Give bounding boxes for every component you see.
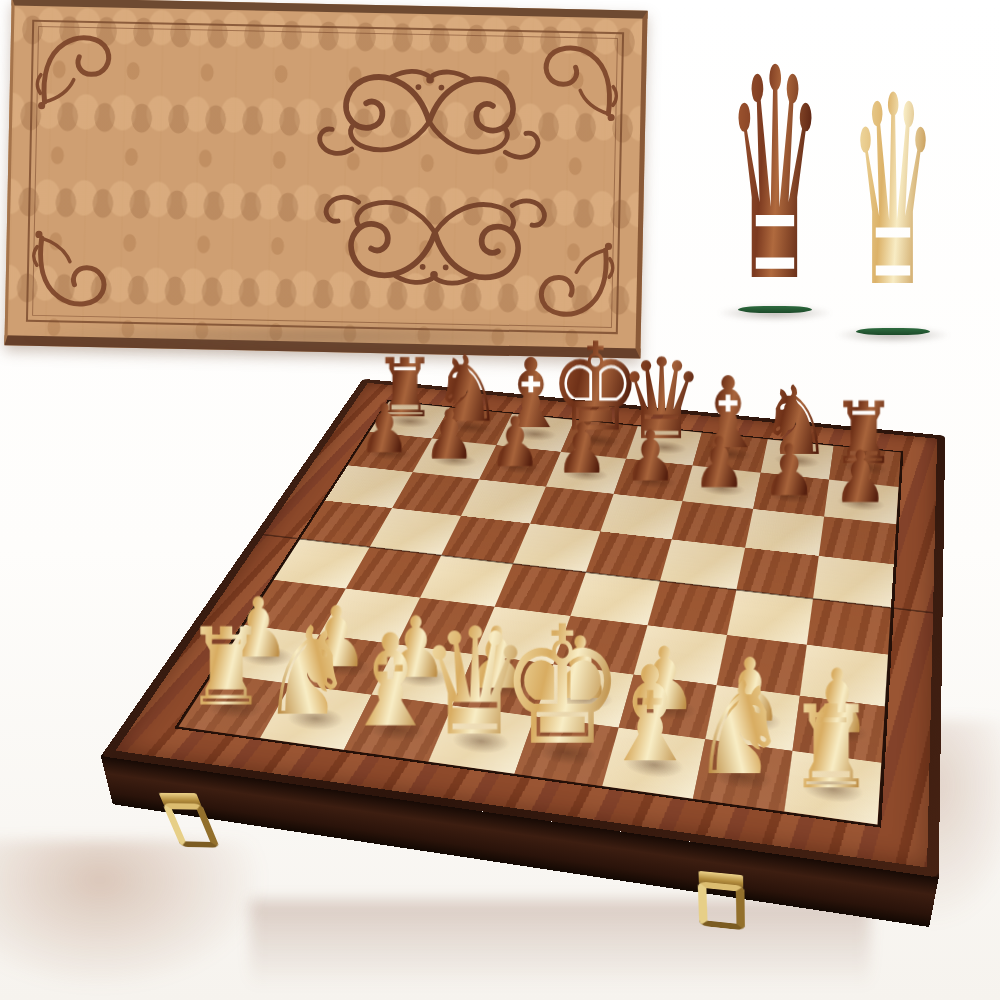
square-b6[interactable]	[392, 472, 479, 516]
square-f7[interactable]: ♟	[683, 466, 761, 509]
chess-board-case: ♜♞♝♚♛♝♞♜♟♟♟♟♟♟♟♟♟♟♟♟♟♟♟♟♜♞♝♛♚♝♞♜	[101, 379, 945, 878]
square-f5[interactable]	[660, 539, 744, 589]
square-d4[interactable]	[494, 563, 586, 616]
square-d8[interactable]: ♚	[561, 420, 638, 459]
light-queen-d1[interactable]: ♛	[419, 608, 532, 756]
light-king-e1[interactable]: ♚	[499, 605, 624, 769]
square-a7[interactable]: ♟	[348, 432, 432, 472]
light-knight-g1[interactable]: ♞	[691, 665, 789, 793]
square-a8[interactable]: ♜	[369, 401, 450, 438]
square-b4[interactable]	[346, 547, 441, 598]
green-felt-base	[856, 328, 930, 335]
corner-scroll-icon	[34, 26, 122, 114]
light-pawn-d2[interactable]: ♟	[465, 615, 530, 700]
square-h5[interactable]	[813, 556, 894, 608]
square-d3[interactable]	[474, 607, 570, 664]
dark-queen-e8[interactable]: ♛	[619, 344, 704, 456]
square-h8[interactable]: ♜	[829, 446, 901, 487]
square-e1[interactable]: ♚	[514, 716, 619, 786]
square-g6[interactable]	[745, 509, 824, 556]
square-a2[interactable]: ♟	[213, 625, 320, 684]
board-surface: ♜♞♝♚♛♝♞♜♟♟♟♟♟♟♟♟♟♟♟♟♟♟♟♟♜♞♝♛♚♝♞♜	[174, 400, 903, 828]
dark-pawn-a7[interactable]: ♟	[358, 394, 410, 462]
square-h6[interactable]	[819, 516, 897, 564]
square-d6[interactable]	[530, 486, 614, 531]
light-pawn-f2[interactable]: ♟	[631, 636, 697, 723]
square-g2[interactable]: ♟	[705, 685, 800, 751]
square-b7[interactable]: ♟	[413, 439, 496, 480]
square-c7[interactable]: ♟	[479, 445, 561, 486]
square-c1[interactable]: ♝	[343, 694, 452, 761]
baroque-flourish-icon	[303, 64, 555, 165]
light-pawn-b2[interactable]: ♟	[304, 596, 368, 680]
square-c6[interactable]	[461, 479, 546, 523]
square-h7[interactable]: ♟	[824, 480, 899, 524]
dark-pawn-f7[interactable]: ♟	[692, 427, 746, 498]
light-pawn-c2[interactable]: ♟	[384, 605, 448, 690]
dark-bishop-c8[interactable]: ♝	[494, 346, 567, 442]
square-f3[interactable]	[634, 625, 726, 684]
square-d2[interactable]: ♟	[452, 654, 553, 716]
square-c4[interactable]	[420, 555, 513, 607]
square-b3[interactable]	[320, 589, 420, 644]
floor-reflection	[870, 720, 1000, 940]
square-g5[interactable]	[736, 548, 819, 599]
square-a5[interactable]	[300, 501, 392, 547]
box-shadow	[16, 328, 626, 354]
square-g7[interactable]: ♟	[753, 473, 829, 517]
square-h3[interactable]	[800, 645, 888, 706]
square-b8[interactable]: ♞	[432, 408, 512, 446]
square-e6[interactable]	[600, 494, 682, 540]
square-f2[interactable]: ♟	[619, 674, 716, 739]
square-b1[interactable]: ♞	[260, 684, 371, 750]
square-f8[interactable]: ♝	[693, 433, 768, 473]
light-knight-b1[interactable]: ♞	[261, 611, 354, 733]
square-h4[interactable]	[807, 598, 891, 654]
dark-rook-h8[interactable]: ♜	[832, 391, 897, 476]
square-c3[interactable]	[396, 598, 494, 654]
queen-icon: ♛	[843, 62, 943, 324]
dark-rook-a8[interactable]: ♜	[373, 348, 435, 429]
case-left-side	[101, 379, 367, 804]
square-a1[interactable]: ♜	[179, 673, 292, 738]
square-c5[interactable]	[441, 516, 530, 564]
square-f4[interactable]	[648, 581, 736, 635]
square-f6[interactable]	[672, 501, 753, 547]
floor-reflection	[250, 900, 870, 1000]
square-a6[interactable]	[325, 465, 413, 508]
latch-plate-icon	[698, 871, 743, 889]
square-g1[interactable]: ♞	[692, 739, 792, 811]
square-g3[interactable]	[716, 635, 806, 695]
light-bishop-f1[interactable]: ♝	[600, 649, 701, 781]
square-f1[interactable]: ♝	[603, 728, 705, 799]
baroque-flourish-icon	[309, 190, 561, 291]
square-a3[interactable]	[245, 580, 346, 634]
square-d1[interactable]: ♛	[428, 705, 535, 773]
light-pawn-e2[interactable]: ♟	[547, 626, 613, 712]
square-d5[interactable]	[513, 523, 601, 572]
square-g8[interactable]: ♞	[760, 439, 833, 480]
storage-box-lid	[4, 0, 647, 359]
square-e8[interactable]: ♛	[626, 426, 702, 465]
square-e5[interactable]	[586, 531, 672, 580]
board-outer-rim: ♜♞♝♚♛♝♞♜♟♟♟♟♟♟♟♟♟♟♟♟♟♟♟♟♜♞♝♛♚♝♞♜	[101, 379, 945, 878]
light-pawn-a2[interactable]: ♟	[226, 586, 289, 669]
dark-pawn-d7[interactable]: ♟	[556, 414, 609, 484]
dark-bishop-f8[interactable]: ♝	[690, 364, 765, 463]
floor-reflection	[0, 840, 280, 1000]
square-e7[interactable]: ♟	[614, 459, 693, 501]
latch-plate-icon	[159, 793, 202, 806]
light-pawn-h2[interactable]: ♟	[804, 657, 872, 746]
dark-pawn-g7[interactable]: ♟	[762, 434, 816, 505]
square-g4[interactable]	[726, 589, 812, 644]
light-bishop-c1[interactable]: ♝	[342, 617, 440, 745]
light-rook-h1[interactable]: ♜	[788, 691, 876, 806]
square-e4[interactable]	[570, 572, 660, 625]
square-a4[interactable]	[274, 539, 370, 589]
light-rook-a1[interactable]: ♜	[185, 615, 267, 722]
square-c2[interactable]: ♟	[371, 644, 474, 705]
corner-scroll-icon	[30, 228, 118, 316]
square-b2[interactable]: ♟	[291, 634, 396, 694]
dark-pawn-e7[interactable]: ♟	[624, 421, 677, 491]
square-c8[interactable]: ♝	[496, 414, 574, 452]
square-d7[interactable]: ♟	[546, 452, 626, 494]
dark-pawn-h7[interactable]: ♟	[833, 441, 888, 513]
square-b5[interactable]	[370, 508, 461, 555]
square-h1[interactable]: ♜	[784, 751, 881, 825]
square-e3[interactable]	[553, 616, 647, 674]
board-frame: ♜♞♝♚♛♝♞♜♟♟♟♟♟♟♟♟♟♟♟♟♟♟♟♟♜♞♝♛♚♝♞♜	[115, 383, 937, 868]
dark-knight-g8[interactable]: ♞	[759, 374, 832, 470]
fold-seam	[263, 534, 933, 614]
display-queen-boxwood: ♛	[758, 62, 1000, 324]
light-pawn-g2[interactable]: ♟	[717, 646, 784, 734]
dark-pawn-b7[interactable]: ♟	[423, 401, 475, 470]
product-photo-stage: ♛ ♛ ♜♞♝♚♛♝♞♜♟♟♟♟♟♟♟♟♟♟♟♟♟♟♟♟♜	[0, 0, 1000, 1000]
square-e2[interactable]: ♟	[535, 664, 634, 728]
dark-knight-b8[interactable]: ♞	[432, 344, 502, 436]
dark-pawn-c7[interactable]: ♟	[489, 407, 542, 476]
